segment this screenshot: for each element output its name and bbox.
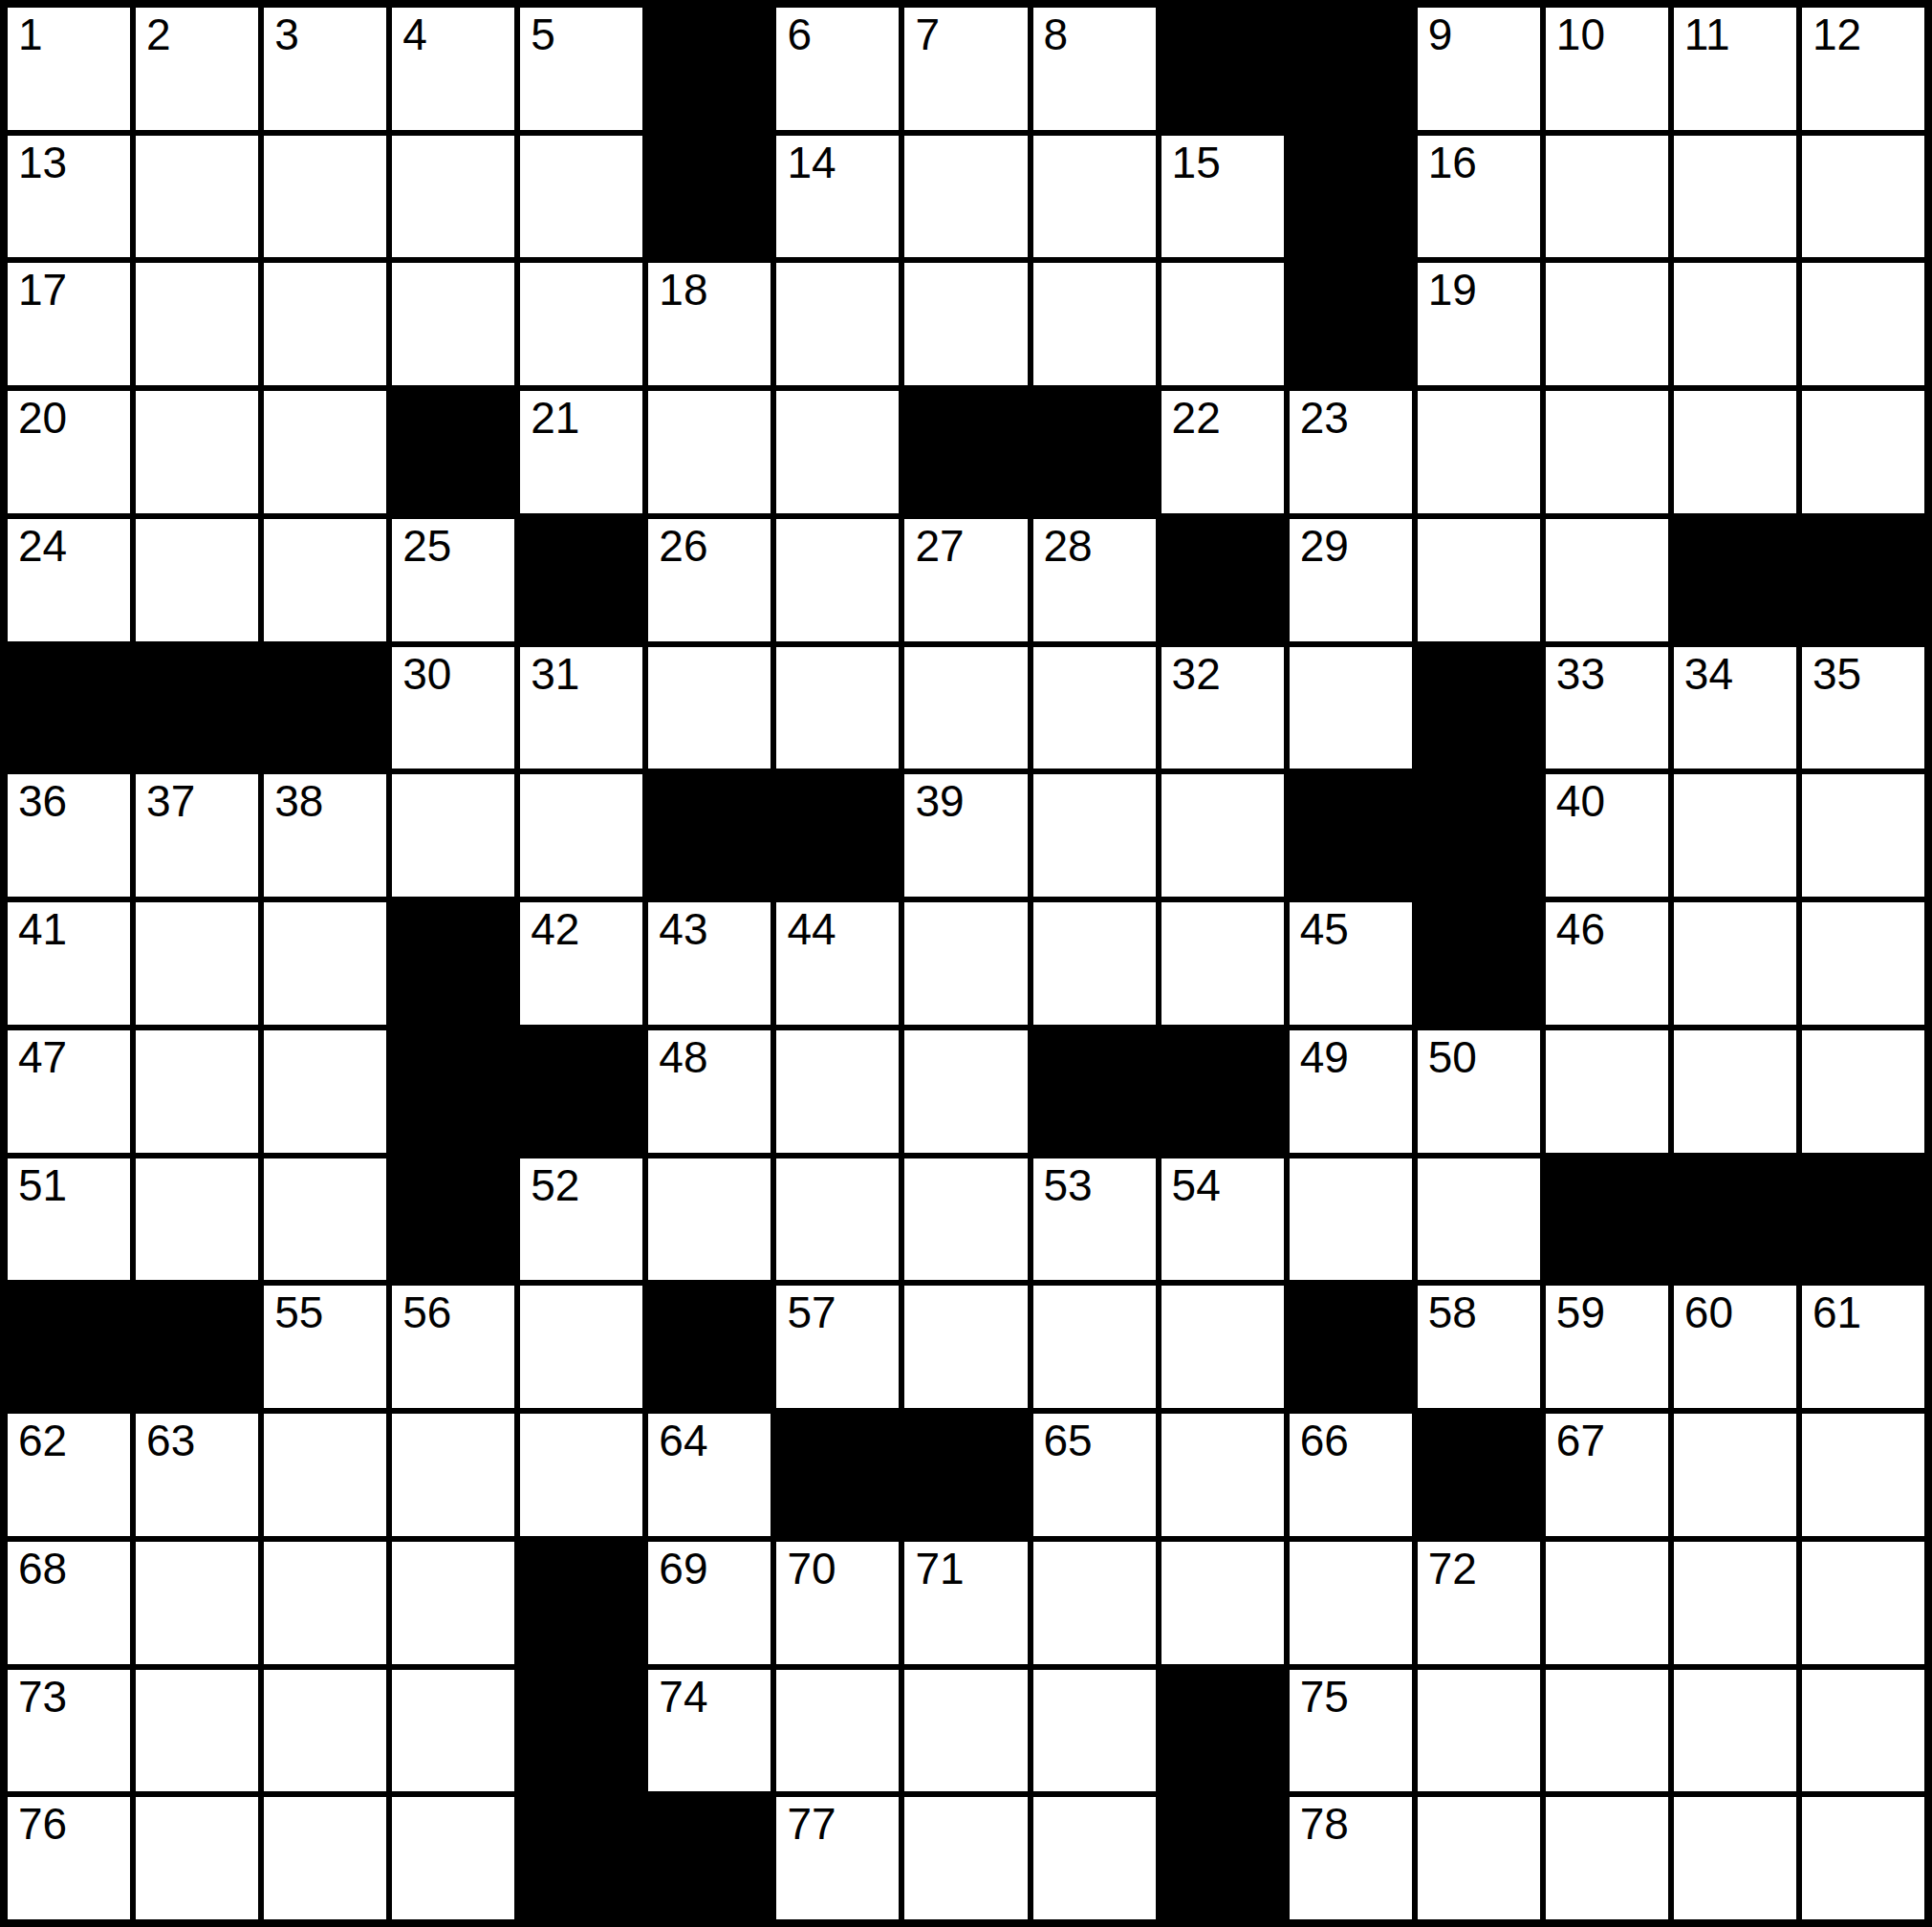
clue-number-37: 37 <box>146 779 195 823</box>
cell-r2c5[interactable] <box>520 136 642 258</box>
cell-r4c12[interactable] <box>1418 391 1540 513</box>
cell-r9c6[interactable]: 48 <box>648 1030 771 1153</box>
clue-number-55: 55 <box>274 1290 323 1334</box>
clue-number-35: 35 <box>1813 652 1861 696</box>
cell-r6c6[interactable] <box>648 647 771 769</box>
block-r8c12 <box>1418 902 1540 1025</box>
clue-number-42: 42 <box>531 907 579 951</box>
clue-number-72: 72 <box>1428 1547 1477 1591</box>
block-r5c14 <box>1674 519 1796 641</box>
cell-r9c11[interactable]: 49 <box>1290 1030 1412 1153</box>
cell-r11c12[interactable]: 58 <box>1418 1286 1540 1408</box>
cell-r14c3[interactable] <box>264 1670 386 1792</box>
cell-r9c12[interactable]: 50 <box>1418 1030 1540 1153</box>
clue-number-54: 54 <box>1172 1163 1221 1207</box>
cell-r12c2[interactable]: 63 <box>136 1414 258 1536</box>
clue-number-11: 11 <box>1684 12 1730 56</box>
cell-r2c8[interactable] <box>904 136 1027 258</box>
cell-r8c13[interactable]: 46 <box>1546 902 1668 1025</box>
cell-r3c1[interactable]: 17 <box>8 263 130 385</box>
cell-r3c3[interactable] <box>264 263 386 385</box>
cell-r14c7[interactable] <box>776 1670 899 1792</box>
cell-r13c3[interactable] <box>264 1542 386 1664</box>
block-r2c6 <box>648 136 771 258</box>
clue-number-70: 70 <box>787 1547 836 1591</box>
cell-r8c7[interactable]: 44 <box>776 902 899 1025</box>
block-r9c9 <box>1033 1030 1156 1153</box>
cell-r6c4[interactable]: 30 <box>392 647 514 769</box>
cell-r5c4[interactable]: 25 <box>392 519 514 641</box>
cell-r1c9[interactable]: 8 <box>1033 8 1156 130</box>
cell-r15c3[interactable] <box>264 1797 386 1919</box>
block-r3c11 <box>1290 263 1412 385</box>
clue-number-57: 57 <box>787 1290 836 1334</box>
cell-r4c3[interactable] <box>264 391 386 513</box>
clue-number-14: 14 <box>787 141 836 184</box>
block-r5c15 <box>1802 519 1924 641</box>
cell-r7c14[interactable] <box>1674 774 1796 897</box>
cell-r2c15[interactable] <box>1802 136 1924 258</box>
clue-number-62: 62 <box>18 1418 67 1462</box>
cell-r9c7[interactable] <box>776 1030 899 1153</box>
cell-r11c14[interactable]: 60 <box>1674 1286 1796 1408</box>
cell-r13c13[interactable] <box>1546 1542 1668 1664</box>
cell-r14c14[interactable] <box>1674 1670 1796 1792</box>
clue-number-32: 32 <box>1172 652 1221 696</box>
cell-r5c6[interactable]: 26 <box>648 519 771 641</box>
cell-r3c15[interactable] <box>1802 263 1924 385</box>
block-r5c10 <box>1161 519 1284 641</box>
block-r12c12 <box>1418 1414 1540 1536</box>
cell-r3c5[interactable] <box>520 263 642 385</box>
cell-r4c1[interactable]: 20 <box>8 391 130 513</box>
clue-number-71: 71 <box>915 1547 964 1591</box>
cell-r1c4[interactable]: 4 <box>392 8 514 130</box>
clue-number-60: 60 <box>1684 1290 1733 1334</box>
cell-r1c5[interactable]: 5 <box>520 8 642 130</box>
clue-number-77: 77 <box>787 1802 836 1846</box>
cell-r3c6[interactable]: 18 <box>648 263 771 385</box>
clue-number-7: 7 <box>915 12 940 56</box>
cell-r8c3[interactable] <box>264 902 386 1025</box>
cell-r6c8[interactable] <box>904 647 1027 769</box>
cell-r11c10[interactable] <box>1161 1286 1284 1408</box>
clue-number-48: 48 <box>659 1035 707 1079</box>
cell-r10c5[interactable]: 52 <box>520 1158 642 1281</box>
clue-number-52: 52 <box>531 1163 579 1207</box>
clue-number-61: 61 <box>1813 1290 1861 1334</box>
clue-number-10: 10 <box>1556 12 1605 56</box>
clue-number-3: 3 <box>274 12 299 56</box>
cell-r13c1[interactable]: 68 <box>8 1542 130 1664</box>
cell-r3c2[interactable] <box>136 263 258 385</box>
cell-r14c1[interactable]: 73 <box>8 1670 130 1792</box>
cell-r15c4[interactable] <box>392 1797 514 1919</box>
block-r11c11 <box>1290 1286 1412 1408</box>
cell-r7c15[interactable] <box>1802 774 1924 897</box>
cell-r1c7[interactable]: 6 <box>776 8 899 130</box>
crossword-grid: 1234567891011121314151617181920212223242… <box>0 0 1932 1927</box>
cell-r3c9[interactable] <box>1033 263 1156 385</box>
clue-number-49: 49 <box>1300 1035 1349 1079</box>
clue-number-74: 74 <box>659 1675 707 1719</box>
clue-number-78: 78 <box>1300 1802 1349 1846</box>
block-r4c9 <box>1033 391 1156 513</box>
cell-r9c15[interactable] <box>1802 1030 1924 1153</box>
clue-number-45: 45 <box>1300 907 1349 951</box>
cell-r8c10[interactable] <box>1161 902 1284 1025</box>
cell-r4c6[interactable] <box>648 391 771 513</box>
block-r4c4 <box>392 391 514 513</box>
cell-r9c13[interactable] <box>1546 1030 1668 1153</box>
cell-r15c13[interactable] <box>1546 1797 1668 1919</box>
clue-number-33: 33 <box>1556 652 1605 696</box>
cell-r4c11[interactable]: 23 <box>1290 391 1412 513</box>
cell-r2c3[interactable] <box>264 136 386 258</box>
cell-r7c2[interactable]: 37 <box>136 774 258 897</box>
block-r6c1 <box>8 647 130 769</box>
block-r9c5 <box>520 1030 642 1153</box>
cell-r5c1[interactable]: 24 <box>8 519 130 641</box>
cell-r14c6[interactable]: 74 <box>648 1670 771 1792</box>
cell-r8c15[interactable] <box>1802 902 1924 1025</box>
cell-r4c15[interactable] <box>1802 391 1924 513</box>
cell-r13c2[interactable] <box>136 1542 258 1664</box>
cell-r7c8[interactable]: 39 <box>904 774 1027 897</box>
cell-r12c1[interactable]: 62 <box>8 1414 130 1536</box>
cell-r12c6[interactable]: 64 <box>648 1414 771 1536</box>
clue-number-66: 66 <box>1300 1418 1349 1462</box>
block-r7c12 <box>1418 774 1540 897</box>
block-r9c4 <box>392 1030 514 1153</box>
block-r7c11 <box>1290 774 1412 897</box>
cell-r10c7[interactable] <box>776 1158 899 1281</box>
cell-r6c9[interactable] <box>1033 647 1156 769</box>
cell-r14c9[interactable] <box>1033 1670 1156 1792</box>
clue-number-29: 29 <box>1300 524 1349 568</box>
cell-r13c15[interactable] <box>1802 1542 1924 1664</box>
clue-number-44: 44 <box>787 907 836 951</box>
clue-number-20: 20 <box>18 396 67 440</box>
cell-r10c11[interactable] <box>1290 1158 1412 1281</box>
clue-number-47: 47 <box>18 1035 67 1079</box>
cell-r15c1[interactable]: 76 <box>8 1797 130 1919</box>
cell-r12c5[interactable] <box>520 1414 642 1536</box>
cell-r5c3[interactable] <box>264 519 386 641</box>
cell-r12c15[interactable] <box>1802 1414 1924 1536</box>
cell-r6c13[interactable]: 33 <box>1546 647 1668 769</box>
block-r8c4 <box>392 902 514 1025</box>
cell-r15c15[interactable] <box>1802 1797 1924 1919</box>
clue-number-24: 24 <box>18 524 67 568</box>
block-r12c7 <box>776 1414 899 1536</box>
block-r14c10 <box>1161 1670 1284 1792</box>
clue-number-16: 16 <box>1428 141 1477 184</box>
cell-r1c2[interactable]: 2 <box>136 8 258 130</box>
cell-r13c14[interactable] <box>1674 1542 1796 1664</box>
cell-r7c5[interactable] <box>520 774 642 897</box>
cell-r5c8[interactable]: 27 <box>904 519 1027 641</box>
cell-r8c5[interactable]: 42 <box>520 902 642 1025</box>
clue-number-75: 75 <box>1300 1675 1349 1719</box>
cell-r7c3[interactable]: 38 <box>264 774 386 897</box>
cell-r12c11[interactable]: 66 <box>1290 1414 1412 1536</box>
cell-r11c7[interactable]: 57 <box>776 1286 899 1408</box>
clue-number-67: 67 <box>1556 1418 1605 1462</box>
cell-r2c4[interactable] <box>392 136 514 258</box>
cell-r3c10[interactable] <box>1161 263 1284 385</box>
cell-r9c3[interactable] <box>264 1030 386 1153</box>
cell-r13c7[interactable]: 70 <box>776 1542 899 1664</box>
cell-r9c8[interactable] <box>904 1030 1027 1153</box>
clue-number-6: 6 <box>787 12 812 56</box>
cell-r13c6[interactable]: 69 <box>648 1542 771 1664</box>
cell-r13c9[interactable] <box>1033 1542 1156 1664</box>
cell-r13c12[interactable]: 72 <box>1418 1542 1540 1664</box>
clue-number-38: 38 <box>274 779 323 823</box>
cell-r13c4[interactable] <box>392 1542 514 1664</box>
clue-number-46: 46 <box>1556 907 1605 951</box>
cell-r14c15[interactable] <box>1802 1670 1924 1792</box>
cell-r7c4[interactable] <box>392 774 514 897</box>
clue-number-15: 15 <box>1172 141 1221 184</box>
clue-number-39: 39 <box>915 779 964 823</box>
cell-r6c10[interactable]: 32 <box>1161 647 1284 769</box>
cell-r7c1[interactable]: 36 <box>8 774 130 897</box>
block-r10c4 <box>392 1158 514 1281</box>
cell-r11c9[interactable] <box>1033 1286 1156 1408</box>
cell-r1c1[interactable]: 1 <box>8 8 130 130</box>
clue-number-2: 2 <box>146 12 171 56</box>
block-r12c8 <box>904 1414 1027 1536</box>
cell-r4c13[interactable] <box>1546 391 1668 513</box>
cell-r10c1[interactable]: 51 <box>8 1158 130 1281</box>
cell-r2c10[interactable]: 15 <box>1161 136 1284 258</box>
clue-number-31: 31 <box>531 652 579 696</box>
block-r14c5 <box>520 1670 642 1792</box>
cell-r6c15[interactable]: 35 <box>1802 647 1924 769</box>
clue-number-25: 25 <box>402 524 451 568</box>
cell-r7c13[interactable]: 40 <box>1546 774 1668 897</box>
cell-r13c8[interactable]: 71 <box>904 1542 1027 1664</box>
clue-number-41: 41 <box>18 907 67 951</box>
block-r15c5 <box>520 1797 642 1919</box>
cell-r14c12[interactable] <box>1418 1670 1540 1792</box>
block-r13c5 <box>520 1542 642 1664</box>
clue-number-65: 65 <box>1044 1418 1093 1462</box>
cell-r3c4[interactable] <box>392 263 514 385</box>
cell-r5c2[interactable] <box>136 519 258 641</box>
cell-r2c14[interactable] <box>1674 136 1796 258</box>
block-r2c11 <box>1290 136 1412 258</box>
cell-r5c7[interactable] <box>776 519 899 641</box>
cell-r2c13[interactable] <box>1546 136 1668 258</box>
cell-r2c2[interactable] <box>136 136 258 258</box>
cell-r11c5[interactable] <box>520 1286 642 1408</box>
clue-number-36: 36 <box>18 779 67 823</box>
block-r11c1 <box>8 1286 130 1408</box>
block-r10c13 <box>1546 1158 1668 1281</box>
cell-r4c10[interactable]: 22 <box>1161 391 1284 513</box>
cell-r11c15[interactable]: 61 <box>1802 1286 1924 1408</box>
cell-r14c2[interactable] <box>136 1670 258 1792</box>
clue-number-28: 28 <box>1044 524 1093 568</box>
clue-number-22: 22 <box>1172 396 1221 440</box>
clue-number-17: 17 <box>18 268 67 312</box>
cell-r6c11[interactable] <box>1290 647 1412 769</box>
clue-number-19: 19 <box>1428 268 1477 312</box>
block-r1c6 <box>648 8 771 130</box>
cell-r7c9[interactable] <box>1033 774 1156 897</box>
clue-number-30: 30 <box>402 652 451 696</box>
block-r5c5 <box>520 519 642 641</box>
cell-r10c12[interactable] <box>1418 1158 1540 1281</box>
clue-number-73: 73 <box>18 1675 67 1719</box>
block-r1c10 <box>1161 8 1284 130</box>
clue-number-69: 69 <box>659 1547 707 1591</box>
block-r10c15 <box>1802 1158 1924 1281</box>
cell-r2c1[interactable]: 13 <box>8 136 130 258</box>
cell-r15c8[interactable] <box>904 1797 1027 1919</box>
cell-r12c10[interactable] <box>1161 1414 1284 1536</box>
cell-r3c13[interactable] <box>1546 263 1668 385</box>
clue-number-68: 68 <box>18 1547 67 1591</box>
cell-r13c11[interactable] <box>1290 1542 1412 1664</box>
clue-number-58: 58 <box>1428 1290 1477 1334</box>
cell-r8c2[interactable] <box>136 902 258 1025</box>
cell-r9c1[interactable]: 47 <box>8 1030 130 1153</box>
clue-number-50: 50 <box>1428 1035 1477 1079</box>
block-r6c2 <box>136 647 258 769</box>
cell-r2c7[interactable]: 14 <box>776 136 899 258</box>
clue-number-8: 8 <box>1044 12 1069 56</box>
cell-r15c2[interactable] <box>136 1797 258 1919</box>
cell-r15c14[interactable] <box>1674 1797 1796 1919</box>
cell-r12c9[interactable]: 65 <box>1033 1414 1156 1536</box>
cell-r5c12[interactable] <box>1418 519 1540 641</box>
cell-r10c2[interactable] <box>136 1158 258 1281</box>
cell-r12c13[interactable]: 67 <box>1546 1414 1668 1536</box>
clue-number-1: 1 <box>18 12 43 56</box>
cell-r8c8[interactable] <box>904 902 1027 1025</box>
block-r7c7 <box>776 774 899 897</box>
cell-r1c13[interactable]: 10 <box>1546 8 1668 130</box>
cell-r10c10[interactable]: 54 <box>1161 1158 1284 1281</box>
cell-r12c14[interactable] <box>1674 1414 1796 1536</box>
cell-r1c12[interactable]: 9 <box>1418 8 1540 130</box>
clue-number-4: 4 <box>402 12 427 56</box>
cell-r11c3[interactable]: 55 <box>264 1286 386 1408</box>
cell-r3c8[interactable] <box>904 263 1027 385</box>
cell-r11c13[interactable]: 59 <box>1546 1286 1668 1408</box>
cell-r3c14[interactable] <box>1674 263 1796 385</box>
cell-r9c14[interactable] <box>1674 1030 1796 1153</box>
clue-number-63: 63 <box>146 1418 195 1462</box>
cell-r8c11[interactable]: 45 <box>1290 902 1412 1025</box>
block-r15c6 <box>648 1797 771 1919</box>
cell-r1c14[interactable]: 11 <box>1674 8 1796 130</box>
block-r11c2 <box>136 1286 258 1408</box>
block-r7c6 <box>648 774 771 897</box>
block-r9c10 <box>1161 1030 1284 1153</box>
clue-number-51: 51 <box>18 1163 67 1207</box>
clue-number-23: 23 <box>1300 396 1349 440</box>
cell-r13c10[interactable] <box>1161 1542 1284 1664</box>
cell-r11c8[interactable] <box>904 1286 1027 1408</box>
clue-number-64: 64 <box>659 1418 707 1462</box>
clue-number-59: 59 <box>1556 1290 1605 1334</box>
clue-number-9: 9 <box>1428 12 1453 56</box>
cell-r6c5[interactable]: 31 <box>520 647 642 769</box>
cell-r8c9[interactable] <box>1033 902 1156 1025</box>
clue-number-40: 40 <box>1556 779 1605 823</box>
cell-r15c12[interactable] <box>1418 1797 1540 1919</box>
cell-r8c6[interactable]: 43 <box>648 902 771 1025</box>
clue-number-26: 26 <box>659 524 707 568</box>
clue-number-76: 76 <box>18 1802 67 1846</box>
clue-number-43: 43 <box>659 907 707 951</box>
cell-r2c12[interactable]: 16 <box>1418 136 1540 258</box>
cell-r14c11[interactable]: 75 <box>1290 1670 1412 1792</box>
cell-r4c14[interactable] <box>1674 391 1796 513</box>
cell-r10c3[interactable] <box>264 1158 386 1281</box>
block-r11c6 <box>648 1286 771 1408</box>
block-r6c3 <box>264 647 386 769</box>
cell-r8c14[interactable] <box>1674 902 1796 1025</box>
cell-r8c1[interactable]: 41 <box>8 902 130 1025</box>
cell-r11c4[interactable]: 56 <box>392 1286 514 1408</box>
cell-r10c6[interactable] <box>648 1158 771 1281</box>
cell-r14c13[interactable] <box>1546 1670 1668 1792</box>
clue-number-5: 5 <box>531 12 555 56</box>
cell-r14c4[interactable] <box>392 1670 514 1792</box>
cell-r5c9[interactable]: 28 <box>1033 519 1156 641</box>
block-r4c8 <box>904 391 1027 513</box>
cell-r15c11[interactable]: 78 <box>1290 1797 1412 1919</box>
cell-r15c7[interactable]: 77 <box>776 1797 899 1919</box>
cell-r10c8[interactable] <box>904 1158 1027 1281</box>
cell-r6c14[interactable]: 34 <box>1674 647 1796 769</box>
cell-r10c9[interactable]: 53 <box>1033 1158 1156 1281</box>
cell-r5c11[interactable]: 29 <box>1290 519 1412 641</box>
clue-number-18: 18 <box>659 268 707 312</box>
cell-r1c3[interactable]: 3 <box>264 8 386 130</box>
block-r1c11 <box>1290 8 1412 130</box>
cell-r3c7[interactable] <box>776 263 899 385</box>
cell-r9c2[interactable] <box>136 1030 258 1153</box>
clue-number-12: 12 <box>1813 12 1861 56</box>
clue-number-27: 27 <box>915 524 964 568</box>
clue-number-34: 34 <box>1684 652 1733 696</box>
cell-r1c15[interactable]: 12 <box>1802 8 1924 130</box>
cell-r4c7[interactable] <box>776 391 899 513</box>
cell-r14c8[interactable] <box>904 1670 1027 1792</box>
cell-r2c9[interactable] <box>1033 136 1156 258</box>
cell-r7c10[interactable] <box>1161 774 1284 897</box>
cell-r12c3[interactable] <box>264 1414 386 1536</box>
clue-number-13: 13 <box>18 141 67 184</box>
cell-r15c9[interactable] <box>1033 1797 1156 1919</box>
cell-r4c5[interactable]: 21 <box>520 391 642 513</box>
cell-r4c2[interactable] <box>136 391 258 513</box>
cell-r1c8[interactable]: 7 <box>904 8 1027 130</box>
cell-r5c13[interactable] <box>1546 519 1668 641</box>
cell-r12c4[interactable] <box>392 1414 514 1536</box>
block-r15c10 <box>1161 1797 1284 1919</box>
clue-number-21: 21 <box>531 396 579 440</box>
cell-r3c12[interactable]: 19 <box>1418 263 1540 385</box>
cell-r6c7[interactable] <box>776 647 899 769</box>
